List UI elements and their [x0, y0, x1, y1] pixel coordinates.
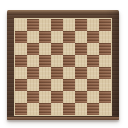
square-f7	[75, 31, 87, 43]
square-e3	[63, 79, 75, 91]
square-h4	[99, 67, 111, 79]
square-d1	[51, 103, 63, 115]
square-b6	[27, 43, 39, 55]
square-f4	[75, 67, 87, 79]
square-c6	[39, 43, 51, 55]
square-d2	[51, 91, 63, 103]
square-b5	[27, 55, 39, 67]
square-b3	[27, 79, 39, 91]
square-a7	[15, 31, 27, 43]
square-a6	[15, 43, 27, 55]
square-c7	[39, 31, 51, 43]
square-f8	[75, 19, 87, 31]
square-g3	[87, 79, 99, 91]
square-f6	[75, 43, 87, 55]
square-b8	[27, 19, 39, 31]
square-d8	[51, 19, 63, 31]
square-h5	[99, 55, 111, 67]
square-a1	[15, 103, 27, 115]
square-g8	[87, 19, 99, 31]
square-a3	[15, 79, 27, 91]
square-f1	[75, 103, 87, 115]
square-g7	[87, 31, 99, 43]
square-d5	[51, 55, 63, 67]
square-g4	[87, 67, 99, 79]
square-e6	[63, 43, 75, 55]
board-side-edge	[7, 117, 119, 120]
square-h1	[99, 103, 111, 115]
square-f2	[75, 91, 87, 103]
square-b1	[27, 103, 39, 115]
square-a4	[15, 67, 27, 79]
square-e5	[63, 55, 75, 67]
square-b4	[27, 67, 39, 79]
square-g6	[87, 43, 99, 55]
square-a8	[15, 19, 27, 31]
square-a5	[15, 55, 27, 67]
square-e7	[63, 31, 75, 43]
square-h6	[99, 43, 111, 55]
square-e1	[63, 103, 75, 115]
square-e4	[63, 67, 75, 79]
square-c1	[39, 103, 51, 115]
square-g1	[87, 103, 99, 115]
square-f5	[75, 55, 87, 67]
square-h3	[99, 79, 111, 91]
square-c8	[39, 19, 51, 31]
square-e8	[63, 19, 75, 31]
square-d3	[51, 79, 63, 91]
square-a2	[15, 91, 27, 103]
square-c4	[39, 67, 51, 79]
square-h8	[99, 19, 111, 31]
square-c5	[39, 55, 51, 67]
product-photo-background	[0, 0, 128, 128]
square-g2	[87, 91, 99, 103]
square-e2	[63, 91, 75, 103]
square-d4	[51, 67, 63, 79]
square-b7	[27, 31, 39, 43]
square-b2	[27, 91, 39, 103]
square-d6	[51, 43, 63, 55]
square-d7	[51, 31, 63, 43]
square-f3	[75, 79, 87, 91]
square-h7	[99, 31, 111, 43]
square-g5	[87, 55, 99, 67]
chess-board	[7, 10, 119, 120]
board-grid	[15, 19, 111, 115]
square-c3	[39, 79, 51, 91]
square-h2	[99, 91, 111, 103]
square-c2	[39, 91, 51, 103]
